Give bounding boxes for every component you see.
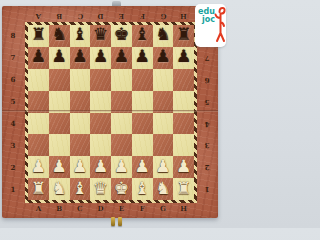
square-h1[interactable]: ♜ <box>173 178 194 200</box>
square-e2[interactable]: ♟ <box>111 156 132 178</box>
piece-white-rook[interactable]: ♜ <box>31 180 46 197</box>
square-h2[interactable]: ♟ <box>173 156 194 178</box>
piece-white-king[interactable]: ♚ <box>114 180 129 197</box>
piece-white-queen[interactable]: ♛ <box>93 180 108 197</box>
piece-white-pawn[interactable]: ♟ <box>114 158 129 175</box>
square-c8[interactable]: ♝ <box>70 25 91 47</box>
coordinate-label: D <box>90 9 111 21</box>
square-c6[interactable] <box>70 69 91 91</box>
square-g4[interactable] <box>153 113 174 135</box>
square-f8[interactable]: ♝ <box>132 25 153 47</box>
square-c4[interactable] <box>70 113 91 135</box>
piece-black-pawn[interactable]: ♟ <box>135 48 150 65</box>
piece-black-rook[interactable]: ♜ <box>31 26 46 43</box>
square-f6[interactable] <box>132 69 153 91</box>
square-a1[interactable]: ♜ <box>28 178 49 200</box>
piece-black-pawn[interactable]: ♟ <box>31 48 46 65</box>
coordinate-label: 3 <box>7 134 19 156</box>
square-h3[interactable] <box>173 134 194 156</box>
square-d3[interactable] <box>90 134 111 156</box>
coordinate-label: B <box>49 204 70 216</box>
square-g7[interactable]: ♟ <box>153 47 174 69</box>
square-f3[interactable] <box>132 134 153 156</box>
square-e3[interactable] <box>111 134 132 156</box>
square-a4[interactable] <box>28 113 49 135</box>
square-h6[interactable] <box>173 69 194 91</box>
square-e4[interactable] <box>111 113 132 135</box>
square-d2[interactable]: ♟ <box>90 156 111 178</box>
square-d7[interactable]: ♟ <box>90 47 111 69</box>
square-b8[interactable]: ♞ <box>49 25 70 47</box>
square-c2[interactable]: ♟ <box>70 156 91 178</box>
square-a7[interactable]: ♟ <box>28 47 49 69</box>
piece-black-queen[interactable]: ♛ <box>93 26 108 43</box>
file-labels-top: ABCDEFGH <box>28 9 194 21</box>
piece-white-knight[interactable]: ♞ <box>155 180 170 197</box>
playing-area: ♜♞♝♛♚♝♞♜♟♟♟♟♟♟♟♟♟♟♟♟♟♟♟♟♜♞♝♛♚♝♞♜ <box>25 22 197 203</box>
coordinate-label: 2 <box>7 156 19 178</box>
square-c3[interactable] <box>70 134 91 156</box>
piece-white-pawn[interactable]: ♟ <box>52 158 67 175</box>
square-g3[interactable] <box>153 134 174 156</box>
coordinate-label: G <box>153 9 174 21</box>
square-g6[interactable] <box>153 69 174 91</box>
coordinate-label: B <box>49 9 70 21</box>
coordinate-label: C <box>70 204 91 216</box>
piece-black-king[interactable]: ♚ <box>114 26 129 43</box>
piece-white-knight[interactable]: ♞ <box>52 180 67 197</box>
piece-black-pawn[interactable]: ♟ <box>93 48 108 65</box>
square-c1[interactable]: ♝ <box>70 178 91 200</box>
square-h8[interactable]: ♜ <box>173 25 194 47</box>
square-g8[interactable]: ♞ <box>153 25 174 47</box>
square-f4[interactable] <box>132 113 153 135</box>
chess-board: ABCDEFGH ABCDEFGH 87654321 87654321 ♜♞♝♛… <box>2 6 218 218</box>
square-b7[interactable]: ♟ <box>49 47 70 69</box>
coordinate-label: 2 <box>201 156 213 178</box>
coordinate-label: 4 <box>7 113 19 135</box>
coordinate-label: H <box>173 9 194 21</box>
square-b3[interactable] <box>49 134 70 156</box>
piece-white-bishop[interactable]: ♝ <box>72 180 87 197</box>
square-f2[interactable]: ♟ <box>132 156 153 178</box>
coordinate-label: F <box>132 204 153 216</box>
square-e1[interactable]: ♚ <box>111 178 132 200</box>
square-a6[interactable] <box>28 69 49 91</box>
square-d4[interactable] <box>90 113 111 135</box>
piece-white-pawn[interactable]: ♟ <box>155 158 170 175</box>
piece-white-pawn[interactable]: ♟ <box>31 158 46 175</box>
square-e8[interactable]: ♚ <box>111 25 132 47</box>
square-h7[interactable]: ♟ <box>173 47 194 69</box>
coordinate-label: C <box>70 9 91 21</box>
giraffe-mascot-icon <box>213 6 226 45</box>
square-b2[interactable]: ♟ <box>49 156 70 178</box>
square-d8[interactable]: ♛ <box>90 25 111 47</box>
coordinate-label: 3 <box>201 134 213 156</box>
square-e7[interactable]: ♟ <box>111 47 132 69</box>
square-e6[interactable] <box>111 69 132 91</box>
piece-black-knight[interactable]: ♞ <box>52 26 67 43</box>
coordinate-label: E <box>111 204 132 216</box>
piece-white-bishop[interactable]: ♝ <box>135 180 150 197</box>
piece-black-bishop[interactable]: ♝ <box>72 26 87 43</box>
coordinate-label: 8 <box>7 25 19 47</box>
piece-black-pawn[interactable]: ♟ <box>176 48 191 65</box>
piece-black-pawn[interactable]: ♟ <box>52 48 67 65</box>
file-labels-bottom: ABCDEFGH <box>28 204 194 216</box>
square-h4[interactable] <box>173 113 194 135</box>
coordinate-label: 1 <box>201 178 213 200</box>
clasp <box>108 217 124 226</box>
coordinate-label: 4 <box>201 113 213 135</box>
coordinate-label: A <box>28 204 49 216</box>
coordinate-label: 7 <box>201 47 213 69</box>
piece-black-pawn[interactable]: ♟ <box>114 48 129 65</box>
coordinate-label: A <box>28 9 49 21</box>
square-c7[interactable]: ♟ <box>70 47 91 69</box>
piece-black-pawn[interactable]: ♟ <box>72 48 87 65</box>
square-b6[interactable] <box>49 69 70 91</box>
rank-labels-right: 87654321 <box>201 25 213 200</box>
rank-labels-left: 87654321 <box>7 25 19 200</box>
square-f7[interactable]: ♟ <box>132 47 153 69</box>
coordinate-label: G <box>153 204 174 216</box>
square-g1[interactable]: ♞ <box>153 178 174 200</box>
coordinate-label: 6 <box>201 69 213 91</box>
board-grid: ♜♞♝♛♚♝♞♜♟♟♟♟♟♟♟♟♟♟♟♟♟♟♟♟♜♞♝♛♚♝♞♜ <box>28 25 194 200</box>
piece-white-pawn[interactable]: ♟ <box>176 158 191 175</box>
square-a2[interactable]: ♟ <box>28 156 49 178</box>
piece-black-rook[interactable]: ♜ <box>176 26 191 43</box>
square-f1[interactable]: ♝ <box>132 178 153 200</box>
square-a8[interactable]: ♜ <box>28 25 49 47</box>
piece-white-rook[interactable]: ♜ <box>176 180 191 197</box>
piece-black-pawn[interactable]: ♟ <box>155 48 170 65</box>
piece-black-bishop[interactable]: ♝ <box>135 26 150 43</box>
piece-white-pawn[interactable]: ♟ <box>93 158 108 175</box>
coordinate-label: E <box>111 9 132 21</box>
square-g2[interactable]: ♟ <box>153 156 174 178</box>
square-a3[interactable] <box>28 134 49 156</box>
coordinate-label: 6 <box>7 69 19 91</box>
square-d6[interactable] <box>90 69 111 91</box>
square-b4[interactable] <box>49 113 70 135</box>
square-d1[interactable]: ♛ <box>90 178 111 200</box>
fold-seam <box>2 110 218 112</box>
brand-logo: edu joc <box>195 4 226 47</box>
coordinate-label: 7 <box>7 47 19 69</box>
coordinate-label: 1 <box>7 178 19 200</box>
coordinate-label: F <box>132 9 153 21</box>
piece-black-knight[interactable]: ♞ <box>155 26 170 43</box>
piece-white-pawn[interactable]: ♟ <box>72 158 87 175</box>
coordinate-label: D <box>90 204 111 216</box>
piece-white-pawn[interactable]: ♟ <box>135 158 150 175</box>
coordinate-label: H <box>173 204 194 216</box>
square-b1[interactable]: ♞ <box>49 178 70 200</box>
